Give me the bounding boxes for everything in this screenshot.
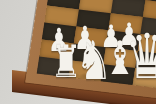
chessboard-photo: ♟ ♟ ♟ ♟ ♜ ♞ ♝ ♛	[0, 0, 156, 104]
piece-white-queen-d1: ♛	[125, 26, 156, 88]
